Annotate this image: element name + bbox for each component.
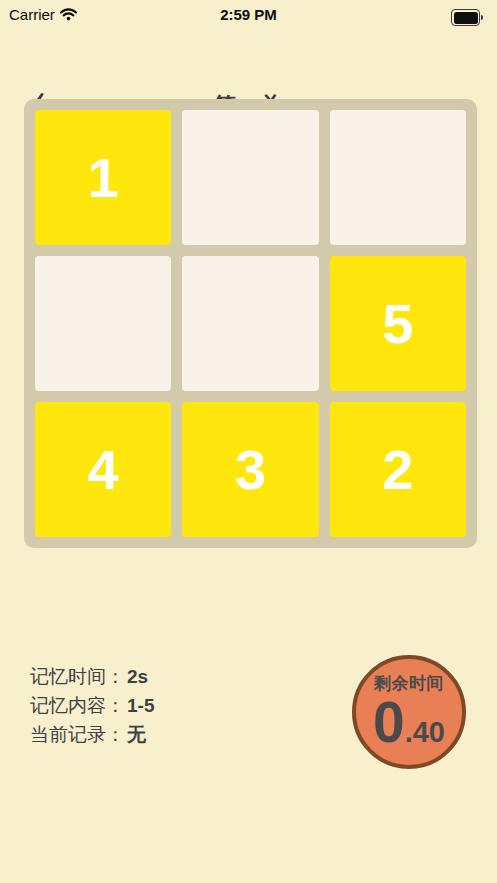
grid-cell-r3c1[interactable]: 4 [35,402,171,537]
grid-cell-r2c3[interactable]: 5 [330,256,466,391]
grid-cell-r3c2[interactable]: 3 [182,402,318,537]
grid-cell-r1c3[interactable] [330,110,466,245]
battery-icon [451,9,483,26]
clock: 2:59 PM [0,6,497,23]
timer-seconds: 0 [373,697,405,747]
grid-cell-r2c1[interactable] [35,256,171,391]
timer-decimals: .40 [405,716,445,749]
stat-value: 2s [127,666,148,687]
status-bar: Carrier 2:59 PM [0,0,497,34]
stat-label: 当前记录： [30,724,125,745]
stats-panel: 记忆时间：2s记忆内容：1-5当前记录：无 [30,662,154,749]
grid-cell-r1c2[interactable] [182,110,318,245]
grid-cell-r3c3[interactable]: 2 [330,402,466,537]
stat-value: 无 [127,724,146,745]
timer-circle: 剩余时间 0 .40 [352,655,466,769]
game-board: 15432 [24,99,477,548]
stat-label: 记忆时间： [30,666,125,687]
status-right [451,9,483,26]
stat-value: 1-5 [127,695,154,716]
stat-row-1: 记忆时间：2s [30,662,154,691]
nav-bar: 第一关 [0,44,497,88]
stat-row-3: 当前记录：无 [30,720,154,749]
stat-row-2: 记忆内容：1-5 [30,691,154,720]
timer-value: 0 .40 [373,697,445,749]
grid-cell-r1c1[interactable]: 1 [35,110,171,245]
grid-cell-r2c2[interactable] [182,256,318,391]
stat-label: 记忆内容： [30,695,125,716]
app-screen: Carrier 2:59 PM 第一关 15432 [0,0,497,883]
